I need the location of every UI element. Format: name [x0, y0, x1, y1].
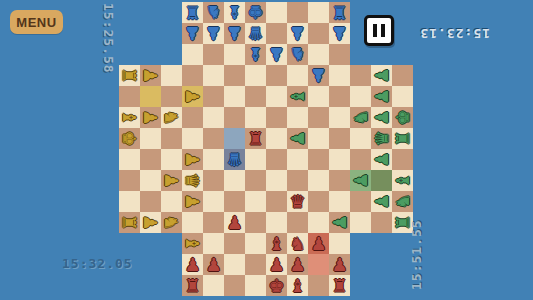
square-8-11[interactable]: ♞: [287, 233, 308, 254]
square-7-9[interactable]: [266, 191, 287, 212]
square-6-0[interactable]: ♚: [245, 2, 266, 23]
piece-gP[interactable]: ♟: [371, 191, 392, 212]
piece-gP[interactable]: ♟: [287, 128, 308, 149]
square-9-9[interactable]: [308, 191, 329, 212]
square-0-3[interactable]: ♜: [119, 65, 140, 86]
last-move-highlight-g: [371, 170, 392, 191]
piece-yP[interactable]: ♟: [161, 170, 182, 191]
square-6-5[interactable]: [245, 107, 266, 128]
square-3-5[interactable]: [182, 107, 203, 128]
piece-yP[interactable]: ♟: [140, 107, 161, 128]
square-9-3[interactable]: ♟: [308, 65, 329, 86]
square-7-4[interactable]: [266, 86, 287, 107]
piece-rB[interactable]: ♝: [266, 233, 287, 254]
piece-rR[interactable]: ♜: [329, 275, 350, 296]
square-10-7[interactable]: [329, 149, 350, 170]
square-11-9[interactable]: [350, 191, 371, 212]
piece-gP[interactable]: ♟: [371, 65, 392, 86]
piece-bQ[interactable]: ♛: [245, 23, 266, 44]
square-13-6[interactable]: ♜: [392, 128, 413, 149]
piece-bP[interactable]: ♟: [224, 23, 245, 44]
square-3-7[interactable]: ♟: [182, 149, 203, 170]
square-10-5[interactable]: [329, 107, 350, 128]
piece-yP[interactable]: ♟: [182, 191, 203, 212]
square-5-13[interactable]: [224, 275, 245, 296]
piece-gB[interactable]: ♝: [287, 86, 308, 107]
piece-rP[interactable]: ♟: [203, 254, 224, 275]
square-6-3[interactable]: [245, 65, 266, 86]
piece-gP[interactable]: ♟: [371, 149, 392, 170]
square-7-5[interactable]: [266, 107, 287, 128]
square-1-8[interactable]: [140, 170, 161, 191]
square-13-4[interactable]: [392, 86, 413, 107]
square-11-10[interactable]: [350, 212, 371, 233]
square-11-4[interactable]: [350, 86, 371, 107]
square-7-10[interactable]: [266, 212, 287, 233]
square-5-6[interactable]: [224, 128, 245, 149]
last-move-highlight-r: [308, 254, 329, 275]
pause-icon: [381, 24, 385, 37]
square-2-10[interactable]: ♞: [161, 212, 182, 233]
square-11-3[interactable]: [350, 65, 371, 86]
square-7-0[interactable]: [266, 2, 287, 23]
square-9-4[interactable]: [308, 86, 329, 107]
piece-rP[interactable]: ♟: [266, 254, 287, 275]
piece-rR[interactable]: ♜: [182, 275, 203, 296]
square-4-7[interactable]: [203, 149, 224, 170]
piece-gK[interactable]: ♚: [392, 107, 413, 128]
last-move-highlight-y: [140, 86, 161, 107]
square-4-13[interactable]: [203, 275, 224, 296]
piece-bP[interactable]: ♟: [182, 23, 203, 44]
square-8-5[interactable]: [287, 107, 308, 128]
square-1-9[interactable]: [140, 191, 161, 212]
square-9-12[interactable]: [308, 254, 329, 275]
square-0-6[interactable]: ♚: [119, 128, 140, 149]
piece-rR[interactable]: ♜: [245, 128, 266, 149]
square-5-11[interactable]: [224, 233, 245, 254]
piece-yR[interactable]: ♜: [119, 212, 140, 233]
square-2-4[interactable]: [161, 86, 182, 107]
piece-bB[interactable]: ♝: [245, 44, 266, 65]
square-5-2[interactable]: [224, 44, 245, 65]
square-12-10[interactable]: [371, 212, 392, 233]
square-10-12[interactable]: ♟: [329, 254, 350, 275]
square-9-0[interactable]: [308, 2, 329, 23]
square-13-5[interactable]: ♚: [392, 107, 413, 128]
square-12-4[interactable]: ♟: [371, 86, 392, 107]
piece-yN[interactable]: ♞: [161, 212, 182, 233]
square-5-10[interactable]: ♟: [224, 212, 245, 233]
square-12-9[interactable]: ♟: [371, 191, 392, 212]
piece-yP[interactable]: ♟: [140, 65, 161, 86]
square-9-6[interactable]: [308, 128, 329, 149]
piece-yP[interactable]: ♟: [182, 86, 203, 107]
square-7-8[interactable]: [266, 170, 287, 191]
square-12-5[interactable]: ♟: [371, 107, 392, 128]
piece-bN[interactable]: ♞: [203, 2, 224, 23]
square-2-5[interactable]: ♞: [161, 107, 182, 128]
square-7-12[interactable]: ♟: [266, 254, 287, 275]
piece-rN[interactable]: ♞: [287, 233, 308, 254]
square-4-11[interactable]: [203, 233, 224, 254]
square-1-3[interactable]: ♟: [140, 65, 161, 86]
square-12-6[interactable]: ♛: [371, 128, 392, 149]
square-5-0[interactable]: ♝: [224, 2, 245, 23]
square-10-9[interactable]: [329, 191, 350, 212]
piece-bB[interactable]: ♝: [224, 2, 245, 23]
square-8-10[interactable]: [287, 212, 308, 233]
piece-bP[interactable]: ♟: [203, 23, 224, 44]
four-player-chess-screen: ♜♞♝♚♜♟♟♟♛♟♟♝♟♞♜♟♟♟♟♝♟♝♟♞♞♟♚♚♜♟♛♜♟♛♟♟♛♟♝♟…: [0, 0, 533, 300]
square-13-3[interactable]: [392, 65, 413, 86]
square-2-6[interactable]: [161, 128, 182, 149]
square-0-4[interactable]: [119, 86, 140, 107]
piece-gP[interactable]: ♟: [350, 170, 371, 191]
square-6-8[interactable]: [245, 170, 266, 191]
square-5-9[interactable]: [224, 191, 245, 212]
piece-bP[interactable]: ♟: [287, 23, 308, 44]
piece-bN[interactable]: ♞: [287, 44, 308, 65]
piece-yK[interactable]: ♚: [119, 128, 140, 149]
piece-gR[interactable]: ♜: [392, 128, 413, 149]
piece-bP[interactable]: ♟: [266, 44, 287, 65]
square-6-4[interactable]: [245, 86, 266, 107]
square-4-0[interactable]: ♞: [203, 2, 224, 23]
piece-gQ[interactable]: ♛: [371, 128, 392, 149]
piece-gP[interactable]: ♟: [371, 107, 392, 128]
square-0-10[interactable]: ♜: [119, 212, 140, 233]
piece-rP[interactable]: ♟: [308, 233, 329, 254]
square-10-10[interactable]: ♟: [329, 212, 350, 233]
square-3-11[interactable]: ♝: [182, 233, 203, 254]
square-8-1[interactable]: ♟: [287, 23, 308, 44]
square-3-10[interactable]: [182, 212, 203, 233]
piece-yR[interactable]: ♜: [119, 65, 140, 86]
square-1-5[interactable]: ♟: [140, 107, 161, 128]
square-11-7[interactable]: [350, 149, 371, 170]
square-8-3[interactable]: [287, 65, 308, 86]
square-6-11[interactable]: [245, 233, 266, 254]
square-9-13[interactable]: [308, 275, 329, 296]
piece-bQ[interactable]: ♛: [224, 149, 245, 170]
square-3-0[interactable]: ♜: [182, 2, 203, 23]
square-5-4[interactable]: [224, 86, 245, 107]
square-10-2[interactable]: [329, 44, 350, 65]
piece-bK[interactable]: ♚: [245, 2, 266, 23]
piece-yB[interactable]: ♝: [119, 107, 140, 128]
square-5-7[interactable]: ♛: [224, 149, 245, 170]
square-5-3[interactable]: [224, 65, 245, 86]
square-3-8[interactable]: ♛: [182, 170, 203, 191]
square-7-1[interactable]: [266, 23, 287, 44]
square-5-12[interactable]: [224, 254, 245, 275]
last-move-highlight-b: [224, 128, 245, 149]
piece-yQ[interactable]: ♛: [182, 170, 203, 191]
piece-rP[interactable]: ♟: [224, 212, 245, 233]
square-3-6[interactable]: [182, 128, 203, 149]
pause-button[interactable]: [364, 15, 394, 46]
square-5-1[interactable]: ♟: [224, 23, 245, 44]
square-4-3[interactable]: [203, 65, 224, 86]
square-7-11[interactable]: ♝: [266, 233, 287, 254]
square-6-10[interactable]: [245, 212, 266, 233]
square-12-8[interactable]: [371, 170, 392, 191]
square-3-9[interactable]: ♟: [182, 191, 203, 212]
clock-red-player: 15:32.05: [62, 255, 148, 271]
square-10-1[interactable]: ♟: [329, 23, 350, 44]
square-7-2[interactable]: ♟: [266, 44, 287, 65]
piece-yB[interactable]: ♝: [182, 233, 203, 254]
square-2-8[interactable]: ♟: [161, 170, 182, 191]
piece-rP[interactable]: ♟: [287, 254, 308, 275]
square-3-1[interactable]: ♟: [182, 23, 203, 44]
piece-rQ[interactable]: ♛: [287, 191, 308, 212]
piece-rB[interactable]: ♝: [287, 275, 308, 296]
piece-bR[interactable]: ♜: [329, 2, 350, 23]
piece-rP[interactable]: ♟: [329, 254, 350, 275]
square-6-9[interactable]: [245, 191, 266, 212]
square-13-8[interactable]: ♝: [392, 170, 413, 191]
piece-rP[interactable]: ♟: [182, 254, 203, 275]
square-8-4[interactable]: ♝: [287, 86, 308, 107]
clock-blue-player: 15:23.13: [404, 26, 490, 42]
clock-teal-player: 15:51.55: [408, 204, 424, 290]
square-11-8[interactable]: ♟: [350, 170, 371, 191]
square-10-0[interactable]: ♜: [329, 2, 350, 23]
piece-bP[interactable]: ♟: [308, 65, 329, 86]
square-0-5[interactable]: ♝: [119, 107, 140, 128]
square-10-13[interactable]: ♜: [329, 275, 350, 296]
square-2-7[interactable]: [161, 149, 182, 170]
square-4-1[interactable]: ♟: [203, 23, 224, 44]
square-10-11[interactable]: [329, 233, 350, 254]
piece-gP[interactable]: ♟: [329, 212, 350, 233]
square-10-3[interactable]: [329, 65, 350, 86]
piece-gB[interactable]: ♝: [392, 170, 413, 191]
square-5-5[interactable]: [224, 107, 245, 128]
square-9-2[interactable]: [308, 44, 329, 65]
square-1-4[interactable]: [140, 86, 161, 107]
square-7-3[interactable]: [266, 65, 287, 86]
piece-rK[interactable]: ♚: [266, 275, 287, 296]
square-0-9[interactable]: [119, 191, 140, 212]
square-8-0[interactable]: [287, 2, 308, 23]
square-3-3[interactable]: [182, 65, 203, 86]
square-9-5[interactable]: [308, 107, 329, 128]
square-8-7[interactable]: [287, 149, 308, 170]
square-4-10[interactable]: [203, 212, 224, 233]
square-5-8[interactable]: [224, 170, 245, 191]
square-7-7[interactable]: [266, 149, 287, 170]
pause-icon: [373, 24, 377, 37]
square-4-12[interactable]: ♟: [203, 254, 224, 275]
square-1-10[interactable]: ♟: [140, 212, 161, 233]
square-4-2[interactable]: [203, 44, 224, 65]
square-10-4[interactable]: [329, 86, 350, 107]
clock-yellow-player: 15:25.58: [101, 3, 117, 89]
square-1-7[interactable]: [140, 149, 161, 170]
square-8-8[interactable]: [287, 170, 308, 191]
piece-yP[interactable]: ♟: [140, 212, 161, 233]
square-3-13[interactable]: ♜: [182, 275, 203, 296]
square-10-6[interactable]: [329, 128, 350, 149]
square-8-6[interactable]: ♟: [287, 128, 308, 149]
piece-yP[interactable]: ♟: [182, 149, 203, 170]
square-4-9[interactable]: [203, 191, 224, 212]
square-2-3[interactable]: [161, 65, 182, 86]
square-3-2[interactable]: [182, 44, 203, 65]
square-9-7[interactable]: [308, 149, 329, 170]
square-6-12[interactable]: [245, 254, 266, 275]
square-3-4[interactable]: ♟: [182, 86, 203, 107]
chess-board: ♜♞♝♚♜♟♟♟♛♟♟♝♟♞♜♟♟♟♟♝♟♝♟♞♞♟♚♚♜♟♛♜♟♛♟♟♛♟♝♟…: [119, 2, 413, 296]
square-8-12[interactable]: ♟: [287, 254, 308, 275]
square-2-9[interactable]: [161, 191, 182, 212]
piece-bP[interactable]: ♟: [329, 23, 350, 44]
square-9-1[interactable]: [308, 23, 329, 44]
menu-button[interactable]: MENU: [10, 10, 63, 34]
square-12-7[interactable]: ♟: [371, 149, 392, 170]
square-6-7[interactable]: [245, 149, 266, 170]
square-12-3[interactable]: ♟: [371, 65, 392, 86]
square-11-6[interactable]: [350, 128, 371, 149]
square-8-13[interactable]: ♝: [287, 275, 308, 296]
square-9-8[interactable]: [308, 170, 329, 191]
square-0-8[interactable]: [119, 170, 140, 191]
square-6-13[interactable]: [245, 275, 266, 296]
square-13-7[interactable]: [392, 149, 413, 170]
square-11-5[interactable]: ♞: [350, 107, 371, 128]
square-7-6[interactable]: [266, 128, 287, 149]
square-4-6[interactable]: [203, 128, 224, 149]
square-7-13[interactable]: ♚: [266, 275, 287, 296]
square-9-11[interactable]: ♟: [308, 233, 329, 254]
square-1-6[interactable]: [140, 128, 161, 149]
piece-bR[interactable]: ♜: [182, 2, 203, 23]
square-0-7[interactable]: [119, 149, 140, 170]
square-10-8[interactable]: [329, 170, 350, 191]
piece-gN[interactable]: ♞: [350, 107, 371, 128]
piece-yN[interactable]: ♞: [161, 107, 182, 128]
square-6-2[interactable]: ♝: [245, 44, 266, 65]
square-4-5[interactable]: [203, 107, 224, 128]
square-6-6[interactable]: ♜: [245, 128, 266, 149]
piece-gP[interactable]: ♟: [371, 86, 392, 107]
square-3-12[interactable]: ♟: [182, 254, 203, 275]
square-6-1[interactable]: ♛: [245, 23, 266, 44]
square-4-4[interactable]: [203, 86, 224, 107]
square-4-8[interactable]: [203, 170, 224, 191]
square-8-2[interactable]: ♞: [287, 44, 308, 65]
square-8-9[interactable]: ♛: [287, 191, 308, 212]
square-9-10[interactable]: [308, 212, 329, 233]
